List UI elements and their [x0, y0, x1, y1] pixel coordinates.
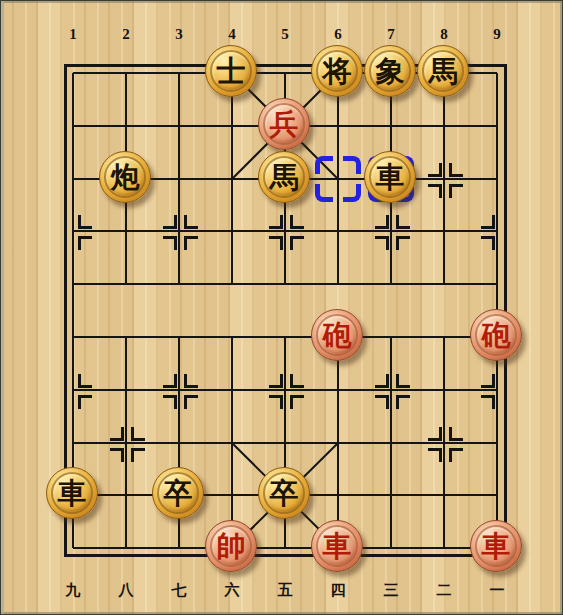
red-chariot-1[interactable]: 車: [311, 520, 363, 572]
file-label-top-3: 3: [168, 26, 190, 43]
file-label-bottom-1: 一: [486, 581, 508, 600]
file-label-bottom-6: 六: [221, 581, 243, 600]
file-label-bottom-8: 八: [115, 581, 137, 600]
file-label-top-4: 4: [221, 26, 243, 43]
black-advisor[interactable]: 士: [205, 45, 257, 97]
file-label-bottom-4: 四: [327, 581, 349, 600]
file-label-top-8: 8: [433, 26, 455, 43]
xiangqi-board-app: 1 2 3 4 5 6 7 8 9 九 八 七 六 五 四 三 二 一 士 将 …: [0, 0, 563, 615]
file-label-top-2: 2: [115, 26, 137, 43]
last-move-from-marker: [315, 156, 361, 202]
file-label-top-7: 7: [380, 26, 402, 43]
file-label-bottom-7: 七: [168, 581, 190, 600]
red-soldier[interactable]: 兵: [258, 98, 310, 150]
file-label-bottom-3: 三: [380, 581, 402, 600]
red-cannon-1[interactable]: 砲: [311, 309, 363, 361]
black-general[interactable]: 将: [311, 45, 363, 97]
black-chariot-2[interactable]: 車: [46, 467, 98, 519]
black-cannon[interactable]: 炮: [99, 151, 151, 203]
black-horse-2[interactable]: 馬: [258, 151, 310, 203]
file-label-top-9: 9: [486, 26, 508, 43]
file-label-top-1: 1: [62, 26, 84, 43]
black-soldier-2[interactable]: 卒: [258, 467, 310, 519]
file-label-bottom-5: 五: [274, 581, 296, 600]
red-general[interactable]: 帥: [205, 520, 257, 572]
board-grid: [1, 1, 563, 615]
red-cannon-2[interactable]: 砲: [470, 309, 522, 361]
black-chariot-1[interactable]: 車: [364, 151, 416, 203]
file-label-top-5: 5: [274, 26, 296, 43]
file-label-top-6: 6: [327, 26, 349, 43]
black-elephant[interactable]: 象: [364, 45, 416, 97]
red-chariot-2[interactable]: 車: [470, 520, 522, 572]
file-label-bottom-2: 二: [433, 581, 455, 600]
black-soldier-1[interactable]: 卒: [152, 467, 204, 519]
black-horse-1[interactable]: 馬: [417, 45, 469, 97]
file-label-bottom-9: 九: [62, 581, 84, 600]
